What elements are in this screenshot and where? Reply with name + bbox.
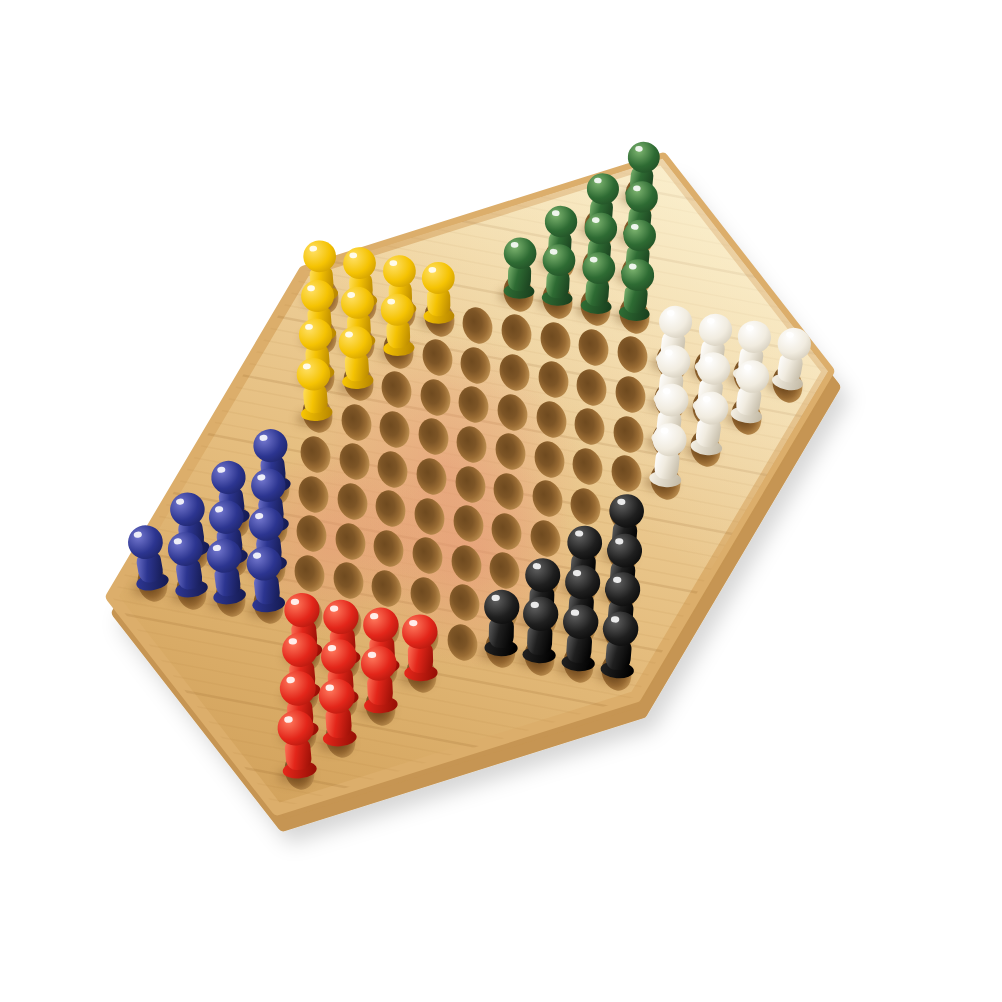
peg-yellow[interactable] [378,293,417,357]
peg-head [322,599,360,636]
peg-yellow[interactable] [294,356,337,422]
peg-head [278,669,317,707]
peg-black[interactable] [558,603,602,672]
peg-head [249,466,287,503]
peg-head [422,262,455,294]
peg-head [252,427,289,464]
peg-head [300,278,336,313]
peg-head [523,596,560,632]
peg-white[interactable] [646,421,691,489]
peg-black[interactable] [596,610,641,680]
peg-yellow[interactable] [420,262,458,324]
peg-head [380,293,414,326]
peg-head [338,325,373,359]
peg-red[interactable] [273,708,320,780]
peg-head [583,212,618,246]
peg-green[interactable] [616,258,658,323]
peg-black[interactable] [519,596,561,664]
peg-head [503,237,536,270]
peg-head [342,247,377,281]
peg-black[interactable] [481,589,522,656]
product-photo-stage [0,0,1002,1002]
peg-head [318,677,356,714]
peg-head [402,614,438,649]
peg-green[interactable] [577,251,618,315]
peg-white[interactable] [686,389,732,457]
peg-head [382,254,416,287]
peg-head [564,564,601,600]
peg-head [544,205,578,238]
peg-head [302,239,337,273]
peg-head [282,591,320,628]
peg-head [207,498,246,536]
peg-head [562,603,599,639]
peg-head [320,638,358,675]
peg-head [276,709,315,747]
peg-head [605,532,643,569]
peg-head [601,610,639,647]
peg-head [484,589,520,624]
peg-red[interactable] [358,645,401,714]
peg-green[interactable] [500,237,538,299]
peg-yellow[interactable] [336,325,377,390]
peg-head [581,251,616,285]
peg-head [362,606,399,642]
peg-head [298,317,334,352]
peg-red[interactable] [400,614,441,682]
peg-green[interactable] [539,244,578,307]
peg-head [608,493,645,529]
peg-head [340,286,375,320]
peg-head [296,356,332,391]
peg-head [245,545,284,583]
peg-red[interactable] [316,677,361,747]
peg-head [525,557,561,592]
peg-head [360,645,397,681]
peg-head [280,630,319,668]
